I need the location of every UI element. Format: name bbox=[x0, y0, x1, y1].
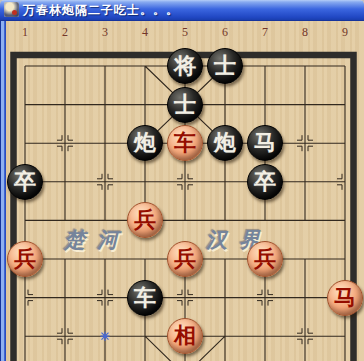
piece-black-soldier[interactable]: 卒 bbox=[7, 164, 43, 200]
piece-glyph: 兵 bbox=[174, 244, 196, 274]
piece-glyph: 卒 bbox=[14, 167, 36, 197]
column-label-5: 5 bbox=[175, 25, 195, 40]
piece-black-chariot[interactable]: 车 bbox=[127, 280, 163, 316]
app-window: 万春林炮隔二子吃士。。。 123456789 楚河 汉界 将士士炮车炮马卒卒兵兵… bbox=[0, 0, 364, 361]
window-title: 万春林炮隔二子吃士。。。 bbox=[23, 0, 179, 20]
piece-red-soldier[interactable]: 兵 bbox=[167, 241, 203, 277]
title-bar[interactable]: 万春林炮隔二子吃士。。。 bbox=[0, 0, 364, 21]
column-label-9: 9 bbox=[335, 25, 355, 40]
piece-red-soldier[interactable]: 兵 bbox=[247, 241, 283, 277]
piece-glyph: 车 bbox=[174, 128, 196, 158]
river-text-left: 楚河 bbox=[64, 226, 130, 252]
piece-glyph: 士 bbox=[174, 90, 196, 120]
piece-glyph: 马 bbox=[334, 283, 356, 313]
piece-glyph: 炮 bbox=[214, 128, 236, 158]
piece-glyph: 车 bbox=[134, 283, 156, 313]
piece-glyph: 将 bbox=[174, 51, 196, 81]
piece-red-chariot[interactable]: 车 bbox=[167, 125, 203, 161]
piece-red-elephant[interactable]: 相 bbox=[167, 318, 203, 354]
piece-black-soldier[interactable]: 卒 bbox=[247, 164, 283, 200]
piece-glyph: 士 bbox=[214, 51, 236, 81]
piece-black-cannon[interactable]: 炮 bbox=[207, 125, 243, 161]
piece-red-horse[interactable]: 马 bbox=[327, 280, 363, 316]
piece-black-cannon[interactable]: 炮 bbox=[127, 125, 163, 161]
app-icon bbox=[4, 2, 19, 17]
piece-red-soldier[interactable]: 兵 bbox=[7, 241, 43, 277]
piece-glyph: 卒 bbox=[254, 167, 276, 197]
piece-glyph: 兵 bbox=[254, 244, 276, 274]
piece-glyph: 相 bbox=[174, 321, 196, 351]
piece-black-general[interactable]: 将 bbox=[167, 48, 203, 84]
piece-glyph: 炮 bbox=[134, 128, 156, 158]
column-label-3: 3 bbox=[95, 25, 115, 40]
piece-black-advisor[interactable]: 士 bbox=[167, 87, 203, 123]
column-label-7: 7 bbox=[255, 25, 275, 40]
column-label-4: 4 bbox=[135, 25, 155, 40]
piece-glyph: 兵 bbox=[134, 205, 156, 235]
window-border-left bbox=[0, 20, 6, 361]
piece-black-advisor[interactable]: 士 bbox=[207, 48, 243, 84]
column-label-6: 6 bbox=[215, 25, 235, 40]
piece-glyph: 马 bbox=[254, 128, 276, 158]
piece-glyph: 兵 bbox=[14, 244, 36, 274]
piece-black-horse[interactable]: 马 bbox=[247, 125, 283, 161]
column-label-2: 2 bbox=[55, 25, 75, 40]
column-label-1: 1 bbox=[15, 25, 35, 40]
column-label-8: 8 bbox=[295, 25, 315, 40]
